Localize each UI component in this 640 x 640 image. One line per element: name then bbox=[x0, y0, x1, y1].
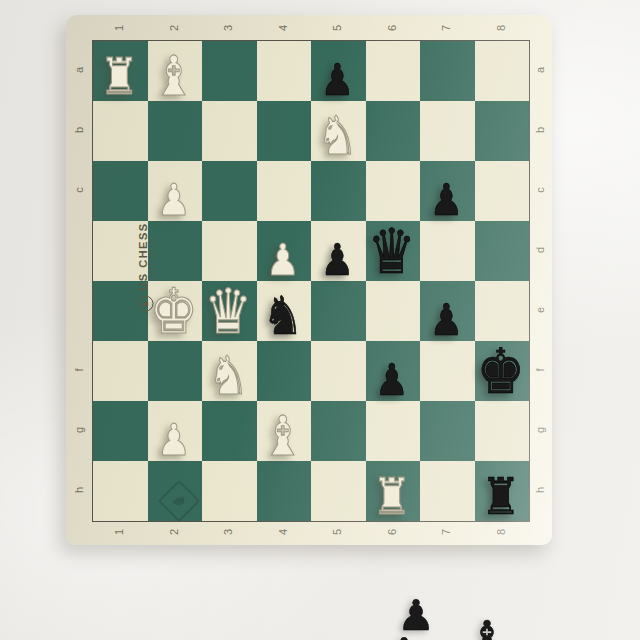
square-h4[interactable] bbox=[257, 461, 312, 521]
rank-label-top-1: 1 bbox=[114, 25, 124, 31]
piece-white-bishop-a2[interactable]: ♝ bbox=[152, 48, 195, 103]
piece-white-king-e2[interactable]: ♚ bbox=[150, 281, 198, 343]
square-d7[interactable] bbox=[420, 221, 475, 281]
piece-white-pawn-g2[interactable]: ♟ bbox=[157, 418, 191, 462]
piece-black-pawn-f6[interactable]: ♟ bbox=[375, 358, 409, 402]
rank-label-top-7: 7 bbox=[441, 25, 451, 31]
square-h5[interactable] bbox=[311, 461, 366, 521]
piece-black-queen-d6[interactable]: ♛ bbox=[368, 221, 416, 283]
square-c5[interactable] bbox=[311, 161, 366, 221]
file-label-left-g: g bbox=[74, 427, 84, 433]
square-g6[interactable] bbox=[366, 401, 421, 461]
rank-label-bottom-7: 7 bbox=[441, 529, 451, 535]
rank-label-top-3: 3 bbox=[223, 25, 233, 31]
square-a4[interactable] bbox=[257, 41, 312, 101]
file-label-right-c: c bbox=[535, 187, 545, 193]
square-b8[interactable] bbox=[475, 101, 530, 161]
piece-white-rook-h6[interactable]: ♜ bbox=[372, 472, 411, 523]
square-h3[interactable] bbox=[202, 461, 257, 521]
square-a8[interactable] bbox=[475, 41, 530, 101]
rank-label-top-8: 8 bbox=[496, 25, 506, 31]
square-g7[interactable] bbox=[420, 401, 475, 461]
square-d2[interactable] bbox=[148, 221, 203, 281]
crest-knight-icon: ♞ bbox=[171, 494, 187, 508]
square-h1[interactable] bbox=[93, 461, 148, 521]
piece-white-pawn-d4[interactable]: ♟ bbox=[266, 238, 300, 282]
square-b7[interactable] bbox=[420, 101, 475, 161]
file-label-left-b: b bbox=[74, 127, 84, 133]
rank-label-top-5: 5 bbox=[332, 25, 342, 31]
piece-black-pawn-a5[interactable]: ♟ bbox=[320, 58, 354, 102]
square-e5[interactable] bbox=[311, 281, 366, 341]
rank-label-top-6: 6 bbox=[387, 25, 397, 31]
file-label-right-e: e bbox=[535, 307, 545, 313]
square-a3[interactable] bbox=[202, 41, 257, 101]
piece-black-king-f8[interactable]: ♚ bbox=[477, 341, 525, 403]
rank-label-bottom-6: 6 bbox=[387, 529, 397, 535]
rank-label-bottom-2: 2 bbox=[169, 529, 179, 535]
square-a7[interactable] bbox=[420, 41, 475, 101]
table-cloth: ♞ US CHESS FEDERATION ♞ 1234567812345678… bbox=[0, 0, 640, 640]
square-c6[interactable] bbox=[366, 161, 421, 221]
file-label-right-f: f bbox=[535, 368, 545, 371]
brand-tagline: FEDERATION bbox=[149, 234, 154, 279]
piece-white-rook-a1[interactable]: ♜ bbox=[100, 52, 139, 103]
file-label-right-a: a bbox=[535, 67, 545, 73]
captured-black-bishop-1[interactable]: ♝ bbox=[468, 616, 506, 640]
rank-label-top-4: 4 bbox=[278, 25, 288, 31]
square-g3[interactable] bbox=[202, 401, 257, 461]
square-g8[interactable] bbox=[475, 401, 530, 461]
piece-black-knight-e4[interactable]: ♞ bbox=[262, 290, 303, 343]
brand-name: US CHESS bbox=[137, 222, 149, 290]
square-c8[interactable] bbox=[475, 161, 530, 221]
square-f4[interactable] bbox=[257, 341, 312, 401]
square-b6[interactable] bbox=[366, 101, 421, 161]
piece-black-rook-h8[interactable]: ♜ bbox=[481, 472, 520, 523]
square-g1[interactable] bbox=[93, 401, 148, 461]
piece-white-knight-b5[interactable]: ♞ bbox=[317, 110, 358, 163]
piece-black-pawn-c7[interactable]: ♟ bbox=[429, 178, 463, 222]
square-b1[interactable] bbox=[93, 101, 148, 161]
rank-label-bottom-3: 3 bbox=[223, 529, 233, 535]
file-label-right-b: b bbox=[535, 127, 545, 133]
square-f1[interactable] bbox=[93, 341, 148, 401]
corner-knight-crest: ♞ bbox=[161, 485, 197, 517]
piece-black-pawn-d5[interactable]: ♟ bbox=[320, 238, 354, 282]
rank-label-bottom-1: 1 bbox=[114, 529, 124, 535]
file-label-right-g: g bbox=[535, 427, 545, 433]
square-c1[interactable] bbox=[93, 161, 148, 221]
rank-label-bottom-5: 5 bbox=[332, 529, 342, 535]
square-d8[interactable] bbox=[475, 221, 530, 281]
square-e8[interactable] bbox=[475, 281, 530, 341]
square-a6[interactable] bbox=[366, 41, 421, 101]
file-label-left-h: h bbox=[74, 487, 84, 493]
piece-black-pawn-e7[interactable]: ♟ bbox=[429, 298, 463, 342]
square-f5[interactable] bbox=[311, 341, 366, 401]
square-e6[interactable] bbox=[366, 281, 421, 341]
captured-black-pawn-2[interactable]: ♟ bbox=[385, 633, 423, 640]
square-f7[interactable] bbox=[420, 341, 475, 401]
square-g5[interactable] bbox=[311, 401, 366, 461]
square-f2[interactable] bbox=[148, 341, 203, 401]
piece-white-queen-e3[interactable]: ♛ bbox=[204, 281, 252, 343]
file-label-right-d: d bbox=[535, 247, 545, 253]
rank-label-bottom-8: 8 bbox=[496, 529, 506, 535]
square-h7[interactable] bbox=[420, 461, 475, 521]
piece-white-bishop-g4[interactable]: ♝ bbox=[261, 408, 304, 463]
square-c4[interactable] bbox=[257, 161, 312, 221]
rank-label-bottom-4: 4 bbox=[278, 529, 288, 535]
square-d3[interactable] bbox=[202, 221, 257, 281]
piece-white-knight-f3[interactable]: ♞ bbox=[208, 350, 249, 403]
rank-label-top-2: 2 bbox=[169, 25, 179, 31]
square-b3[interactable] bbox=[202, 101, 257, 161]
file-label-left-c: c bbox=[74, 187, 84, 193]
square-b4[interactable] bbox=[257, 101, 312, 161]
square-c3[interactable] bbox=[202, 161, 257, 221]
file-label-left-a: a bbox=[74, 67, 84, 73]
piece-white-pawn-c2[interactable]: ♟ bbox=[157, 178, 191, 222]
square-b2[interactable] bbox=[148, 101, 203, 161]
file-label-left-f: f bbox=[74, 368, 84, 371]
file-label-right-h: h bbox=[535, 487, 545, 493]
